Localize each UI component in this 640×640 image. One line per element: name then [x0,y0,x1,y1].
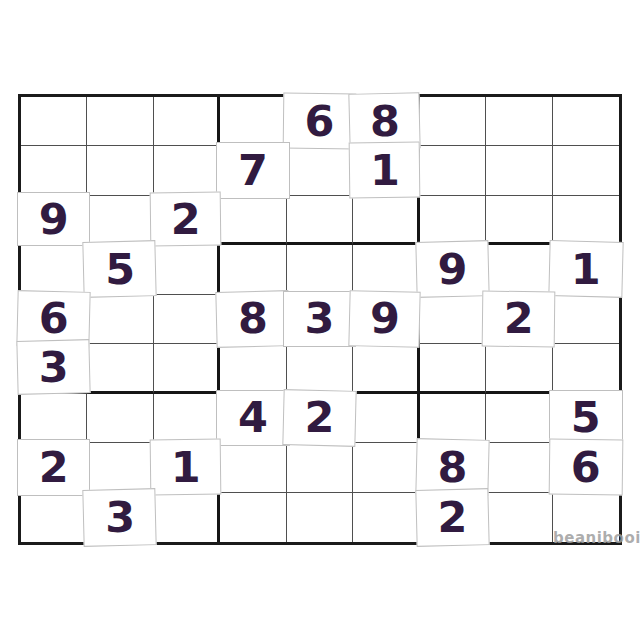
cell-r1c1[interactable] [21,97,87,146]
cell-r2c8[interactable] [486,146,552,195]
cell-r9c2[interactable]: 3 [87,493,153,542]
given-digit: 2 [21,443,86,491]
cell-r5c3[interactable] [154,295,220,344]
cell-r7c1[interactable] [21,394,87,443]
cell-r1c4[interactable] [220,97,286,146]
cell-r1c6[interactable]: 8 [353,97,419,146]
cell-r1c9[interactable] [553,97,619,146]
given-digit: 8 [420,443,485,491]
cell-r6c2[interactable] [87,344,153,393]
cell-r2c7[interactable] [420,146,486,195]
cell-r9c8[interactable] [486,493,552,542]
cell-r5c1[interactable]: 6 [21,295,87,344]
cell-r3c1[interactable]: 9 [21,196,87,245]
cell-r8c4[interactable] [220,443,286,492]
cell-r5c5[interactable]: 3 [287,295,353,344]
cell-r8c8[interactable] [486,443,552,492]
given-digit: 9 [21,196,86,242]
cell-r6c6[interactable] [353,344,419,393]
cell-r9c5[interactable] [287,493,353,542]
sudoku-page: 687192591683923425218632 beanibooi [0,0,640,640]
cell-r6c3[interactable] [154,344,220,393]
given-digit: 1 [353,146,416,194]
given-digit: 7 [220,146,285,194]
cell-r2c4[interactable]: 7 [220,146,286,195]
cell-r3c8[interactable] [486,196,552,245]
cell-r5c4[interactable]: 8 [220,295,286,344]
cell-r5c8[interactable]: 2 [486,295,552,344]
cell-r8c2[interactable] [87,443,153,492]
given-digit: 1 [154,443,217,491]
cell-r3c6[interactable] [353,196,419,245]
cell-r3c5[interactable] [287,196,353,245]
cell-r7c5[interactable]: 2 [287,394,353,443]
cell-r7c8[interactable] [486,394,552,443]
cell-r2c3[interactable] [154,146,220,195]
cell-r9c1[interactable] [21,493,87,542]
cell-r8c9[interactable]: 6 [553,443,619,492]
given-digit: 9 [420,245,485,293]
cell-r3c7[interactable] [420,196,486,245]
cell-r1c5[interactable]: 6 [287,97,353,146]
cell-r7c4[interactable]: 4 [220,394,286,443]
cell-r8c1[interactable]: 2 [21,443,87,492]
cell-r4c9[interactable]: 1 [553,245,619,294]
given-digit: 3 [87,493,152,542]
cell-r8c3[interactable]: 1 [154,443,220,492]
cell-r8c5[interactable] [287,443,353,492]
cell-r6c7[interactable] [420,344,486,393]
given-digit: 8 [353,97,416,145]
cell-r6c4[interactable] [220,344,286,393]
cell-r3c9[interactable] [553,196,619,245]
cell-r4c6[interactable] [353,245,419,294]
cell-r9c6[interactable] [353,493,419,542]
cell-r9c3[interactable] [154,493,220,542]
given-digit: 4 [220,394,285,442]
cell-r5c2[interactable] [87,295,153,344]
cell-r3c4[interactable] [220,196,286,245]
cell-r1c2[interactable] [87,97,153,146]
given-digit: 5 [553,394,619,442]
cell-r2c9[interactable] [553,146,619,195]
cell-r3c3[interactable]: 2 [154,196,220,245]
cell-r4c4[interactable] [220,245,286,294]
cell-r6c5[interactable] [287,344,353,393]
cell-r4c1[interactable] [21,245,87,294]
cell-r1c8[interactable] [486,97,552,146]
given-digit: 6 [287,97,352,145]
cell-r5c7[interactable] [420,295,486,344]
given-digit: 5 [87,245,152,293]
cell-r6c1[interactable]: 3 [21,344,87,393]
cell-r7c2[interactable] [87,394,153,443]
sudoku-board: 687192591683923425218632 [18,94,622,545]
given-digit: 8 [220,295,285,343]
cell-r7c7[interactable] [420,394,486,443]
cell-r4c5[interactable] [287,245,353,294]
cell-r9c7[interactable]: 2 [420,493,486,542]
given-digit: 3 [287,295,352,343]
cell-r4c2[interactable]: 5 [87,245,153,294]
cell-r6c8[interactable] [486,344,552,393]
cell-r5c9[interactable] [553,295,619,344]
cell-r1c3[interactable] [154,97,220,146]
given-digit: 2 [154,196,217,242]
given-digit: 9 [353,295,416,343]
cell-r2c5[interactable] [287,146,353,195]
cell-r2c6[interactable]: 1 [353,146,419,195]
cell-r5c6[interactable]: 9 [353,295,419,344]
given-digit: 2 [420,493,485,542]
cell-r7c6[interactable] [353,394,419,443]
cell-r7c3[interactable] [154,394,220,443]
given-digit: 2 [287,394,352,442]
given-digit: 3 [21,344,86,390]
given-digit: 1 [553,245,619,293]
cell-r4c7[interactable]: 9 [420,245,486,294]
cell-r7c9[interactable]: 5 [553,394,619,443]
given-digit: 6 [21,295,86,343]
cell-r3c2[interactable] [87,196,153,245]
cell-r9c4[interactable] [220,493,286,542]
cell-r6c9[interactable] [553,344,619,393]
cell-r2c2[interactable] [87,146,153,195]
cell-r8c6[interactable] [353,443,419,492]
given-digit: 2 [486,295,551,343]
cell-r1c7[interactable] [420,97,486,146]
cell-r2c1[interactable] [21,146,87,195]
cell-r4c8[interactable] [486,245,552,294]
cell-r4c3[interactable] [154,245,220,294]
given-digit: 6 [553,443,619,491]
cell-r8c7[interactable]: 8 [420,443,486,492]
watermark: beanibooi [553,529,640,547]
